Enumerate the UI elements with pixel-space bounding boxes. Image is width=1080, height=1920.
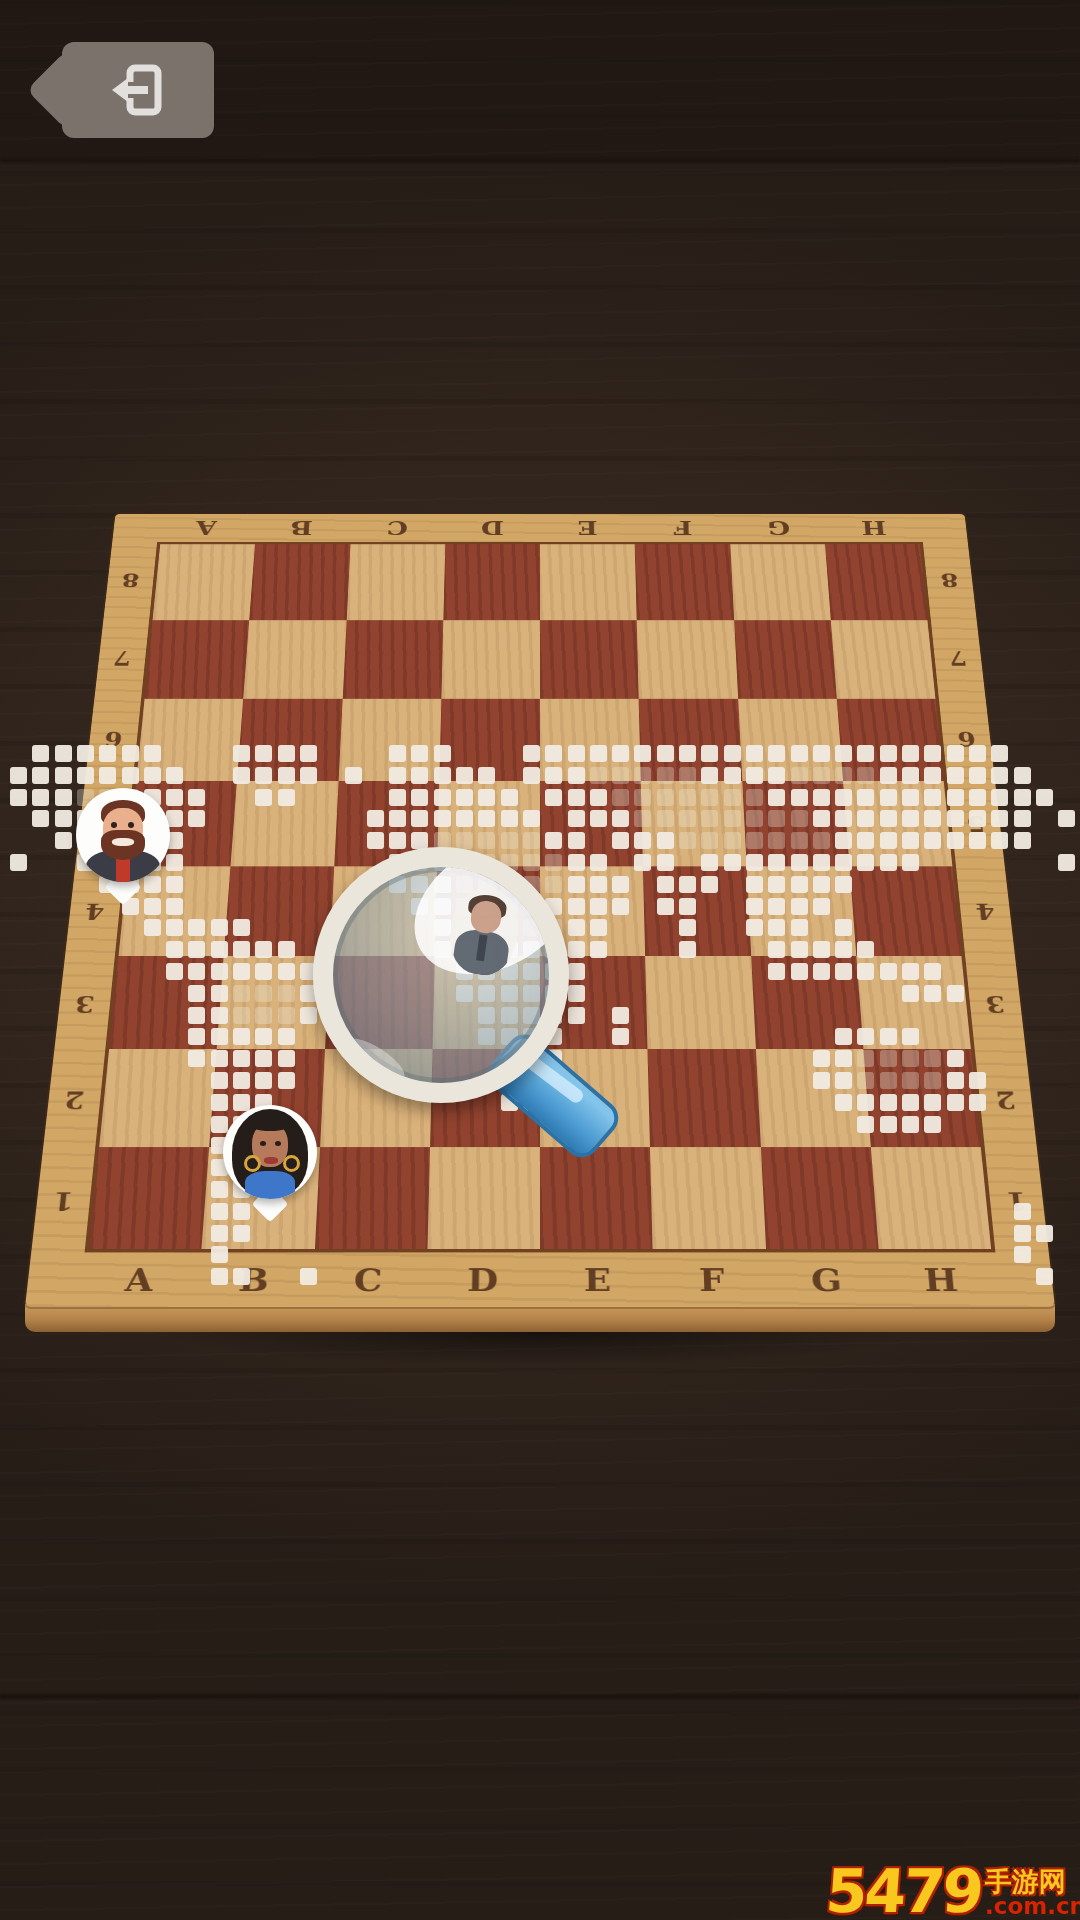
file-label-top-c: C: [349, 514, 445, 542]
board-front-edge: [25, 1304, 1055, 1332]
square-g6: [738, 699, 843, 781]
avatar-male: [76, 788, 170, 882]
square-b5: [231, 781, 338, 867]
rank-label-right-6: 6: [939, 697, 995, 780]
square-e7: [540, 620, 639, 699]
square-e6: [540, 699, 641, 781]
square-h7: [831, 620, 936, 699]
square-h8: [825, 544, 928, 620]
avatar-female: [223, 1105, 317, 1199]
square-h2: [863, 1049, 981, 1147]
rank-label-left-8: 8: [104, 542, 158, 618]
square-f2: [648, 1049, 761, 1147]
file-label-bottom-f: F: [654, 1252, 771, 1307]
square-a2: [99, 1049, 217, 1147]
watermark-number: 5479: [824, 1864, 983, 1918]
square-g8: [730, 544, 831, 620]
square-d6: [439, 699, 540, 781]
square-h1: [871, 1147, 992, 1249]
file-label-top-a: A: [157, 514, 255, 542]
square-d7: [441, 620, 540, 699]
square-f8: [635, 544, 734, 620]
rank-label-left-6: 6: [85, 697, 141, 780]
file-label-top-h: H: [825, 514, 923, 542]
file-label-top-g: G: [730, 514, 827, 542]
square-g4: [746, 866, 856, 955]
watermark-site-name: 手游网: [985, 1868, 1080, 1895]
square-e5: [540, 781, 643, 867]
rank-label-right-2: 2: [975, 1051, 1037, 1150]
rank-label-right-8: 8: [923, 542, 977, 618]
square-c1: [314, 1147, 429, 1249]
square-e8: [540, 544, 637, 620]
rank-label-right-5: 5: [947, 780, 1005, 866]
square-h4: [849, 866, 961, 955]
watermark: 5479 手游网 .com.cn: [826, 1864, 1080, 1918]
file-label-top-f: F: [635, 514, 731, 542]
rank-label-right-1: 1: [985, 1149, 1049, 1252]
file-label-bottom-b: B: [194, 1252, 312, 1307]
square-c8: [346, 544, 445, 620]
square-a8: [153, 544, 256, 620]
square-g3: [751, 956, 863, 1049]
exit-icon: [106, 58, 170, 122]
board-wrap: ABCDEFGH ABCDEFGH 87654321 87654321: [25, 227, 1055, 1307]
square-h6: [837, 699, 944, 781]
square-e1: [540, 1147, 653, 1249]
square-f7: [637, 620, 738, 699]
square-b7: [243, 620, 346, 699]
square-d1: [427, 1147, 540, 1249]
rank-label-right-3: 3: [965, 956, 1026, 1050]
file-label-bottom-h: H: [882, 1252, 1001, 1307]
file-label-bottom-d: D: [425, 1252, 540, 1307]
square-b8: [249, 544, 350, 620]
file-label-top-d: D: [444, 514, 540, 542]
file-label-bottom-e: E: [540, 1252, 655, 1307]
square-g5: [742, 781, 849, 867]
square-a6: [136, 699, 243, 781]
file-label-bottom-g: G: [768, 1252, 886, 1307]
square-h5: [843, 781, 953, 867]
square-a3: [109, 956, 224, 1049]
square-f5: [641, 781, 746, 867]
rank-label-right-4: 4: [956, 866, 1015, 956]
player-pin-female: [223, 1105, 317, 1225]
back-button[interactable]: [62, 42, 214, 138]
square-d8: [443, 544, 540, 620]
watermark-domain: .com.cn: [985, 1895, 1080, 1918]
square-c7: [342, 620, 443, 699]
file-labels-top: ABCDEFGH: [157, 514, 923, 542]
file-label-top-b: B: [253, 514, 350, 542]
map-dot: [1058, 854, 1075, 871]
square-g1: [760, 1147, 878, 1249]
map-dot: [1058, 810, 1075, 827]
square-c6: [338, 699, 441, 781]
rank-label-right-7: 7: [931, 618, 986, 697]
rank-label-left-7: 7: [95, 618, 150, 697]
game-screen: ABCDEFGH ABCDEFGH 87654321 87654321: [0, 0, 1080, 1920]
square-g2: [755, 1049, 870, 1147]
square-f3: [645, 956, 755, 1049]
file-labels-bottom: ABCDEFGH: [79, 1252, 1001, 1307]
square-b6: [237, 699, 342, 781]
square-a7: [145, 620, 250, 699]
magnifying-glass-icon: [313, 847, 569, 1103]
file-label-top-e: E: [540, 514, 636, 542]
square-f1: [650, 1147, 765, 1249]
square-a1: [89, 1147, 210, 1249]
player-pin-male: [76, 788, 170, 908]
square-f4: [643, 866, 751, 955]
wood-seam: [0, 1694, 1080, 1699]
file-label-bottom-a: A: [79, 1252, 198, 1307]
file-label-bottom-c: C: [310, 1252, 427, 1307]
square-g7: [734, 620, 837, 699]
square-f6: [639, 699, 742, 781]
square-h3: [856, 956, 971, 1049]
wood-seam: [0, 158, 1080, 163]
